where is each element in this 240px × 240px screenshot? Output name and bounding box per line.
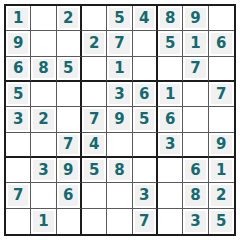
cell-r4c4[interactable]	[82, 82, 107, 107]
cell-r6c1[interactable]	[6, 133, 31, 158]
given-digit: 5	[114, 11, 124, 26]
cell-r5c2[interactable]: 2	[31, 107, 56, 132]
cell-r5c5[interactable]: 9	[107, 107, 132, 132]
cell-r4c2[interactable]	[31, 82, 56, 107]
given-digit: 1	[38, 214, 48, 229]
cell-r9c9[interactable]: 5	[209, 209, 234, 234]
cell-r9c5[interactable]	[107, 209, 132, 234]
given-digit: 9	[63, 163, 73, 178]
cell-r6c2[interactable]	[31, 133, 56, 158]
cell-r8c4[interactable]	[82, 183, 107, 208]
cell-r2c8[interactable]: 1	[183, 31, 208, 56]
cell-r5c3[interactable]	[57, 107, 82, 132]
given-digit: 7	[63, 137, 73, 152]
cell-r8c9[interactable]: 2	[209, 183, 234, 208]
cell-r7c4[interactable]: 5	[82, 158, 107, 183]
cell-r9c3[interactable]	[57, 209, 82, 234]
cell-r8c5[interactable]	[107, 183, 132, 208]
given-digit: 7	[139, 214, 149, 229]
cell-r5c8[interactable]	[183, 107, 208, 132]
cell-r2c2[interactable]	[31, 31, 56, 56]
given-digit: 1	[13, 11, 23, 26]
cell-r5c1[interactable]: 3	[6, 107, 31, 132]
given-digit: 5	[139, 112, 149, 127]
cell-r3c4[interactable]	[82, 57, 107, 82]
given-digit: 5	[13, 87, 23, 102]
given-digit: 4	[89, 137, 99, 152]
given-digit: 9	[114, 112, 124, 127]
given-digit: 3	[38, 163, 48, 178]
given-digit: 7	[114, 36, 124, 51]
cell-r4c7[interactable]: 1	[158, 82, 183, 107]
cell-r3c8[interactable]: 7	[183, 57, 208, 82]
cell-r1c3[interactable]: 2	[57, 6, 82, 31]
cell-r3c6[interactable]	[133, 57, 158, 82]
given-digit: 7	[216, 87, 226, 102]
cell-r6c6[interactable]	[133, 133, 158, 158]
given-digit: 2	[89, 36, 99, 51]
cell-r4c6[interactable]: 6	[133, 82, 158, 107]
cell-r3c3[interactable]: 5	[57, 57, 82, 82]
cell-r9c6[interactable]: 7	[133, 209, 158, 234]
cell-r2c5[interactable]: 7	[107, 31, 132, 56]
cell-r3c1[interactable]: 6	[6, 57, 31, 82]
given-digit: 9	[13, 36, 23, 51]
cell-r8c6[interactable]: 3	[133, 183, 158, 208]
cell-r7c8[interactable]: 6	[183, 158, 208, 183]
cell-r7c9[interactable]: 1	[209, 158, 234, 183]
given-digit: 1	[190, 36, 200, 51]
given-digit: 5	[63, 61, 73, 76]
cell-r9c2[interactable]: 1	[31, 209, 56, 234]
given-digit: 8	[165, 11, 175, 26]
cell-r1c4[interactable]	[82, 6, 107, 31]
cell-r8c3[interactable]: 6	[57, 183, 82, 208]
given-digit: 6	[139, 87, 149, 102]
given-digit: 3	[13, 112, 23, 127]
cell-r3c9[interactable]	[209, 57, 234, 82]
cell-r4c1[interactable]: 5	[6, 82, 31, 107]
given-digit: 5	[216, 214, 226, 229]
cell-r2c6[interactable]	[133, 31, 158, 56]
cell-r8c8[interactable]: 8	[183, 183, 208, 208]
cell-r8c7[interactable]	[158, 183, 183, 208]
cell-r6c7[interactable]: 3	[158, 133, 183, 158]
given-digit: 2	[38, 112, 48, 127]
cell-r2c7[interactable]: 5	[158, 31, 183, 56]
cell-r1c7[interactable]: 8	[158, 6, 183, 31]
cell-r6c9[interactable]: 9	[209, 133, 234, 158]
given-digit: 6	[63, 188, 73, 203]
given-digit: 6	[165, 112, 175, 127]
cell-r1c9[interactable]	[209, 6, 234, 31]
given-digit: 2	[63, 11, 73, 26]
given-digit: 6	[13, 61, 23, 76]
cell-r1c6[interactable]: 4	[133, 6, 158, 31]
cell-r1c1[interactable]: 1	[6, 6, 31, 31]
cell-r2c4[interactable]: 2	[82, 31, 107, 56]
given-digit: 5	[89, 163, 99, 178]
given-digit: 5	[165, 36, 175, 51]
given-digit: 9	[190, 11, 200, 26]
cell-r8c1[interactable]: 7	[6, 183, 31, 208]
cell-r2c1[interactable]: 9	[6, 31, 31, 56]
cell-r1c2[interactable]	[31, 6, 56, 31]
cell-r7c1[interactable]	[6, 158, 31, 183]
cell-r5c7[interactable]: 6	[158, 107, 183, 132]
cell-r9c7[interactable]	[158, 209, 183, 234]
given-digit: 1	[114, 61, 124, 76]
given-digit: 7	[89, 112, 99, 127]
cell-r3c2[interactable]: 8	[31, 57, 56, 82]
given-digit: 3	[165, 137, 175, 152]
cell-r7c5[interactable]: 8	[107, 158, 132, 183]
given-digit: 7	[190, 61, 200, 76]
cell-r6c8[interactable]	[183, 133, 208, 158]
given-digit: 3	[139, 188, 149, 203]
cell-r3c7[interactable]	[158, 57, 183, 82]
given-digit: 6	[190, 163, 200, 178]
cell-r7c6[interactable]	[133, 158, 158, 183]
cell-r1c8[interactable]: 9	[183, 6, 208, 31]
given-digit: 9	[216, 137, 226, 152]
cell-r6c5[interactable]	[107, 133, 132, 158]
cell-r1c5[interactable]: 5	[107, 6, 132, 31]
cell-r3c5[interactable]: 1	[107, 57, 132, 82]
given-digit: 1	[165, 87, 175, 102]
cell-r4c3[interactable]	[57, 82, 82, 107]
given-digit: 1	[216, 163, 226, 178]
cell-r8c2[interactable]	[31, 183, 56, 208]
given-digit: 3	[114, 87, 124, 102]
given-digit: 8	[190, 188, 200, 203]
cell-r9c1[interactable]	[6, 209, 31, 234]
page: 1254899275166851753617327956743939586176…	[0, 0, 240, 240]
sudoku-board: 1254899275166851753617327956743939586176…	[4, 4, 236, 236]
cell-r9c4[interactable]	[82, 209, 107, 234]
cell-r7c3[interactable]: 9	[57, 158, 82, 183]
cell-r5c9[interactable]	[209, 107, 234, 132]
cell-r2c9[interactable]: 6	[209, 31, 234, 56]
given-digit: 8	[114, 163, 124, 178]
cell-r5c4[interactable]: 7	[82, 107, 107, 132]
given-digit: 6	[216, 36, 226, 51]
given-digit: 3	[190, 214, 200, 229]
cell-r4c5[interactable]: 3	[107, 82, 132, 107]
cell-r5c6[interactable]: 5	[133, 107, 158, 132]
cell-r2c3[interactable]	[57, 31, 82, 56]
cell-r9c8[interactable]: 3	[183, 209, 208, 234]
cell-r4c8[interactable]	[183, 82, 208, 107]
cell-r7c7[interactable]	[158, 158, 183, 183]
given-digit: 2	[216, 188, 226, 203]
cell-r6c3[interactable]: 7	[57, 133, 82, 158]
cell-r6c4[interactable]: 4	[82, 133, 107, 158]
cell-r4c9[interactable]: 7	[209, 82, 234, 107]
given-digit: 8	[38, 61, 48, 76]
given-digit: 7	[13, 188, 23, 203]
cell-r7c2[interactable]: 3	[31, 158, 56, 183]
given-digit: 4	[139, 11, 149, 26]
